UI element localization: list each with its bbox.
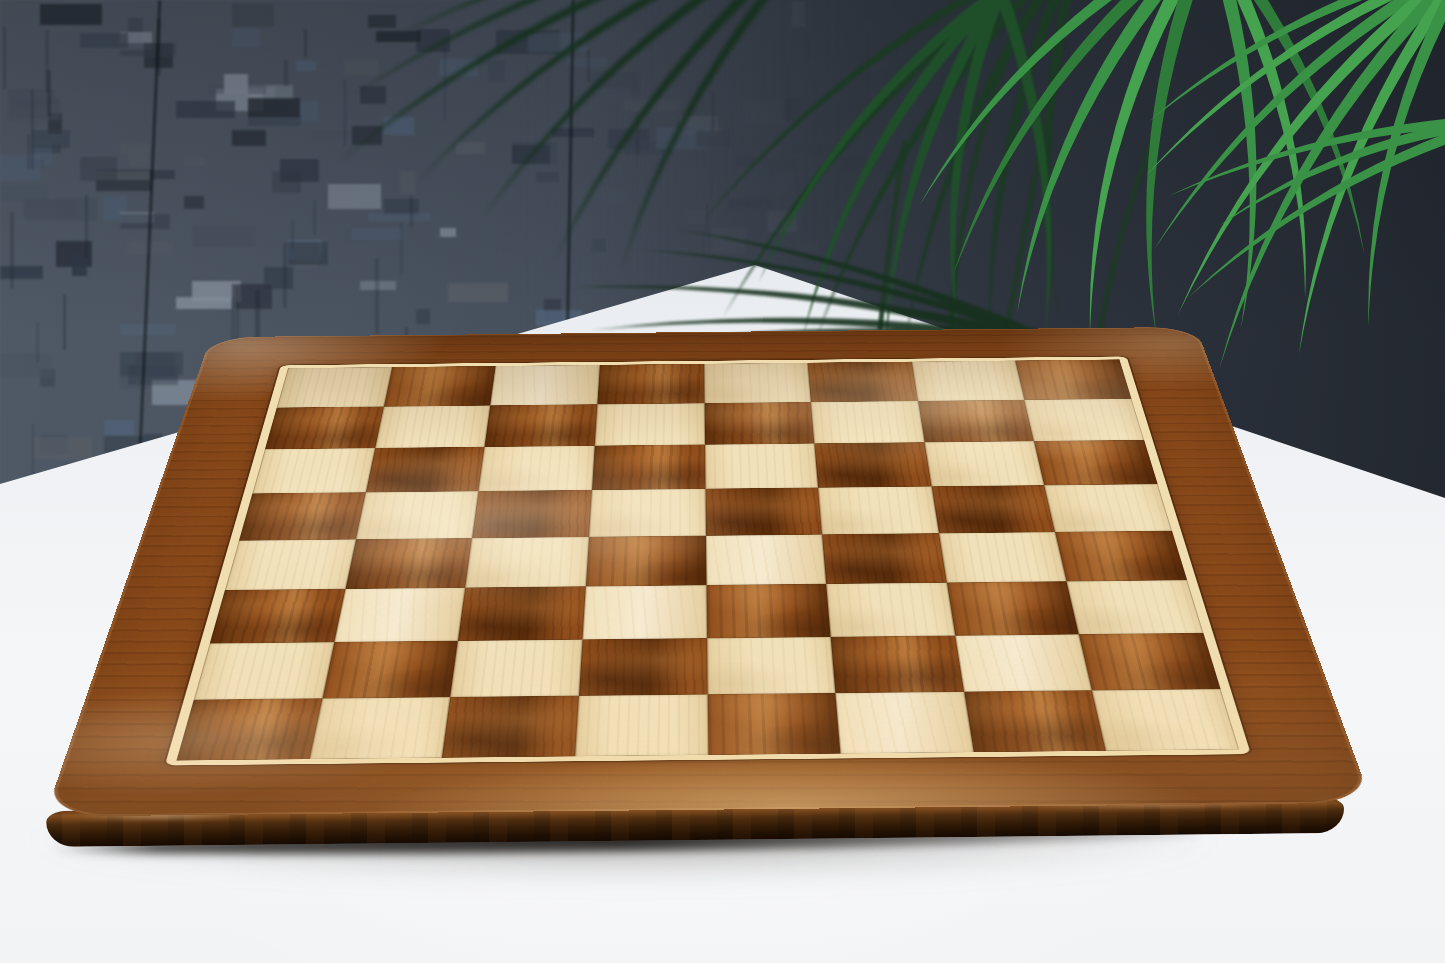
square-h1 — [1092, 689, 1239, 751]
square-f2 — [831, 636, 964, 694]
square-e3 — [706, 584, 831, 638]
square-g3 — [947, 581, 1080, 635]
square-d8 — [597, 364, 704, 404]
square-d1 — [575, 695, 708, 757]
square-e5 — [705, 488, 822, 536]
square-b4 — [345, 538, 472, 589]
square-d2 — [579, 638, 707, 696]
square-a2 — [194, 642, 334, 700]
square-b2 — [322, 641, 458, 699]
square-g6 — [924, 441, 1044, 486]
square-a1 — [176, 699, 322, 761]
square-d3 — [582, 585, 706, 639]
square-d6 — [592, 445, 705, 490]
square-c7 — [485, 404, 598, 447]
square-d4 — [586, 536, 706, 587]
square-a3 — [210, 589, 345, 643]
square-h4 — [1055, 531, 1187, 582]
square-h5 — [1045, 484, 1172, 532]
square-e7 — [704, 402, 814, 445]
square-a4 — [225, 539, 356, 590]
square-d5 — [589, 489, 706, 537]
square-g7 — [918, 400, 1034, 443]
square-f4 — [822, 533, 946, 584]
square-e8 — [704, 363, 811, 403]
chess-board — [45, 327, 1372, 817]
square-a7 — [265, 406, 384, 449]
square-e1 — [707, 693, 840, 755]
square-b1 — [309, 697, 450, 759]
square-c3 — [458, 586, 586, 640]
square-c6 — [479, 446, 595, 491]
square-h7 — [1025, 399, 1145, 442]
square-g2 — [955, 634, 1092, 692]
square-c2 — [450, 639, 582, 697]
square-b3 — [334, 588, 465, 642]
playing-area — [176, 359, 1239, 760]
square-c1 — [442, 696, 579, 758]
square-c5 — [472, 490, 592, 538]
square-b8 — [384, 366, 496, 407]
square-g1 — [964, 691, 1106, 753]
square-a6 — [252, 448, 374, 493]
maple-inlay-line — [165, 356, 1251, 765]
square-h2 — [1079, 633, 1220, 691]
square-g4 — [939, 532, 1067, 583]
square-f6 — [814, 442, 931, 487]
square-d7 — [595, 403, 705, 446]
square-f3 — [826, 583, 955, 637]
square-b5 — [356, 491, 479, 539]
square-g5 — [931, 485, 1055, 533]
square-b6 — [366, 447, 485, 492]
square-e2 — [707, 637, 836, 695]
square-f1 — [836, 692, 974, 754]
square-h3 — [1067, 580, 1203, 634]
square-c8 — [490, 365, 599, 405]
square-e6 — [705, 444, 819, 489]
scene — [0, 0, 1445, 963]
square-f5 — [818, 486, 939, 534]
square-a8 — [277, 367, 392, 408]
square-h8 — [1015, 359, 1131, 399]
square-f7 — [811, 401, 924, 444]
square-e4 — [706, 534, 827, 585]
square-h6 — [1034, 440, 1157, 485]
square-f8 — [808, 362, 918, 402]
square-g8 — [912, 360, 1025, 400]
square-a5 — [239, 492, 365, 540]
square-b7 — [375, 405, 491, 448]
square-c4 — [465, 537, 588, 588]
